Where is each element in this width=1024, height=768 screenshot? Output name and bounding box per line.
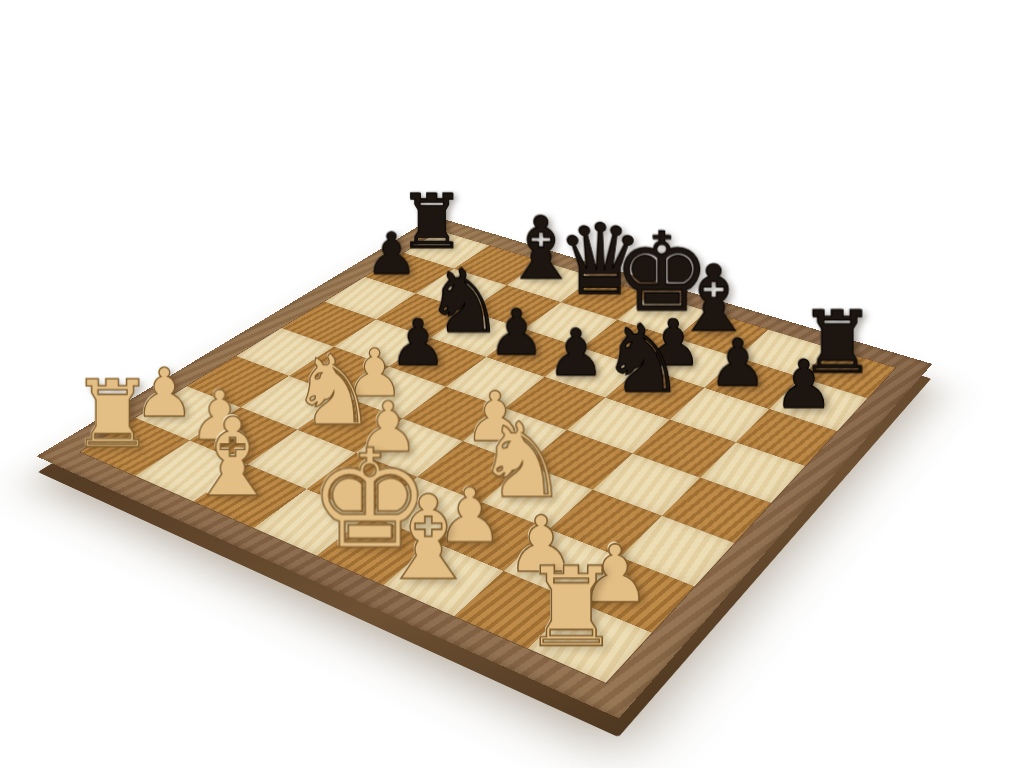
board-frame: ♜♝♛♚♝♜♟♟♟♟♞♟♟♞♟♟♟♞♟♞♟♟♟♟♟♜♝♚♝♜ [36,216,932,718]
square-a3 [187,356,289,407]
white-rook: ♜ [71,368,148,463]
square-h8: ♜ [801,348,896,398]
black-rook: ♜ [398,184,460,260]
white-pawn: ♟ [127,359,202,428]
square-g7: ♟ [704,358,801,409]
board-grid: ♜♝♛♚♝♜♟♟♟♟♞♟♟♞♟♟♟♞♟♞♟♟♟♟♟♜♝♚♝♜ [80,231,895,683]
black-bishop: ♝ [673,253,742,347]
chess-set-photo: { "game": "chess", "position": "r1bqkb1r… [0,0,1024,768]
chessboard: ♜♝♛♚♝♜♟♟♟♟♞♟♟♞♟♟♟♞♟♞♟♟♟♟♟♜♝♚♝♜ [36,216,932,718]
